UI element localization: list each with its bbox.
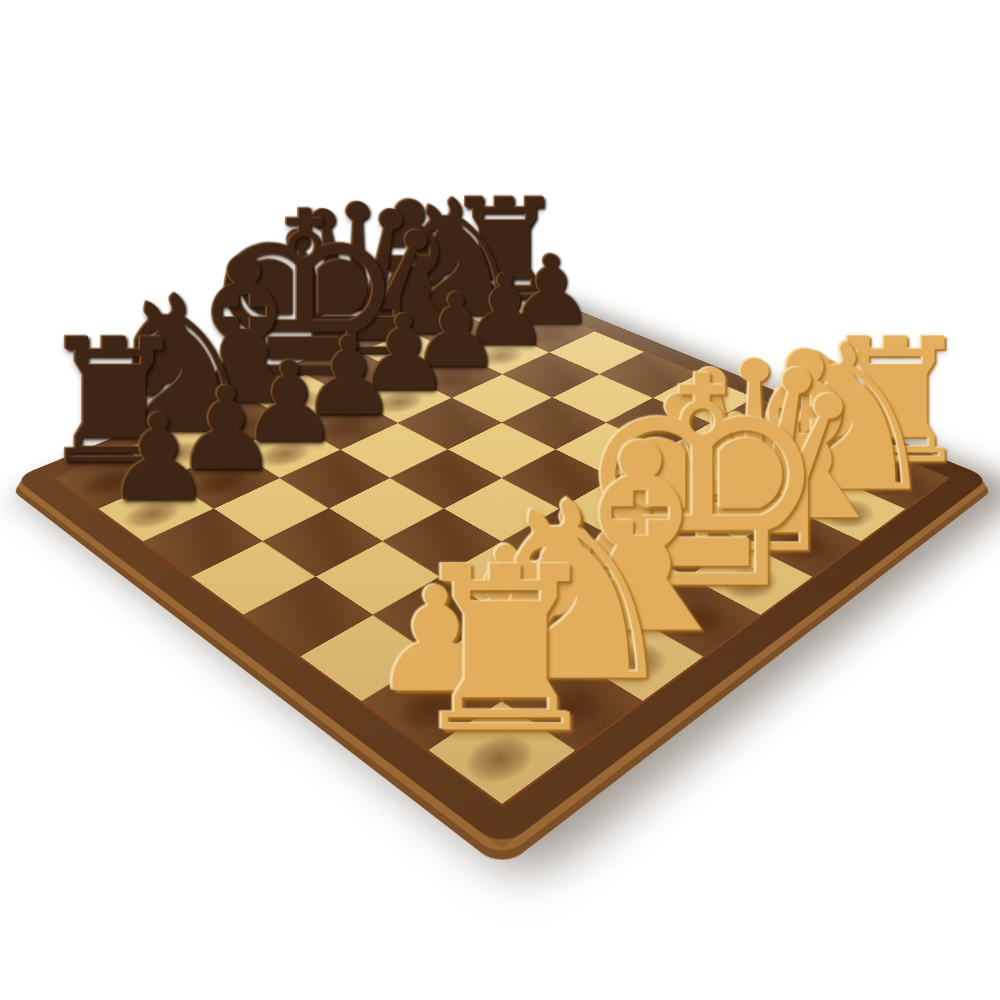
piece-glyph: ♟ [45, 401, 273, 514]
square-h1[interactable]: ♜ [429, 701, 576, 804]
page-background: ♜♞♝♚♛♝♞♜♟♟♟♟♟♟♟♟♟♟♟♟♟♟♟♟♜♞♝♚♛♝♞♜ [0, 0, 1000, 1000]
piece-glyph: ♜ [361, 543, 652, 759]
chess-board[interactable]: ♜♞♝♚♛♝♞♜♟♟♟♟♟♟♟♟♟♟♟♟♟♟♟♟♜♞♝♚♛♝♞♜ [14, 279, 990, 848]
board-grid: ♜♞♝♚♛♝♞♜♟♟♟♟♟♟♟♟♟♟♟♟♟♟♟♟♜♞♝♚♛♝♞♜ [57, 293, 948, 804]
chessboard-scene: ♜♞♝♚♛♝♞♜♟♟♟♟♟♟♟♟♟♟♟♟♟♟♟♟♜♞♝♚♛♝♞♜ [157, 133, 847, 823]
